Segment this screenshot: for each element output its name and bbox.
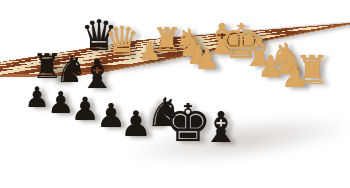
white-rook[interactable]: ♜ — [294, 50, 330, 90]
black-bishop[interactable]: ♝ — [202, 107, 240, 149]
white-queen[interactable]: ♛ — [104, 21, 140, 61]
black-pawn[interactable]: ♟ — [71, 93, 100, 125]
piece-layer: ♜♞♝♛♟♟♟♟♟♞♚♝♛♟♜♞♟♟♝♚♝♟♞♟♜ — [0, 0, 350, 188]
black-pawn[interactable]: ♟ — [24, 84, 49, 112]
chess-product-photo: ♜♞♝♛♟♟♟♟♟♞♚♝♛♟♜♞♟♟♝♚♝♟♞♟♜ — [0, 0, 350, 188]
